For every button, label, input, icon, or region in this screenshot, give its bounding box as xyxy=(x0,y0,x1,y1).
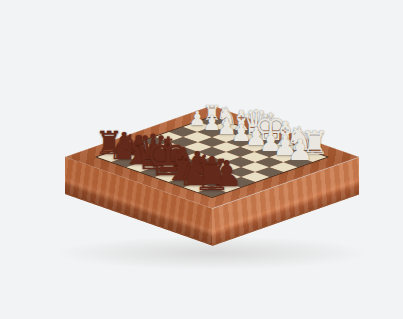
chess-set-product-image: ♜♟♞♟♝♟♛♟♚♟♝♟♟♞♜♟♟♜♟♟♞♟♝♛♟♟♚♝♟♟♞♜ xyxy=(0,0,403,319)
